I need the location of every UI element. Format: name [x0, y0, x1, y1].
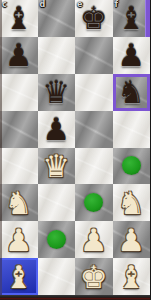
square-d8[interactable]: d	[38, 0, 76, 37]
white-pawn-piece[interactable]: ♟	[80, 222, 108, 258]
square-d7[interactable]	[38, 37, 76, 74]
square-e5[interactable]	[75, 111, 113, 148]
square-e8[interactable]: e♚	[75, 0, 113, 37]
square-c3[interactable]: ♞	[0, 184, 38, 221]
square-c8[interactable]: c♝	[0, 0, 38, 37]
square-c1[interactable]: ♝	[0, 258, 38, 295]
black-bishop-piece[interactable]: ♝	[5, 0, 33, 36]
square-f3[interactable]: ♞	[113, 184, 151, 221]
white-knight-piece[interactable]: ♞	[117, 185, 145, 221]
black-pawn-piece[interactable]: ♟	[117, 37, 145, 73]
square-d5[interactable]: ♟	[38, 111, 76, 148]
white-bishop-piece[interactable]: ♝	[5, 259, 33, 295]
square-d1[interactable]	[38, 258, 76, 295]
square-e2[interactable]: ♟	[75, 221, 113, 258]
square-c2[interactable]: ♟	[0, 221, 38, 258]
black-king-piece[interactable]: ♚	[80, 0, 108, 36]
black-pawn-piece[interactable]: ♟	[42, 111, 70, 147]
file-label-d: d	[40, 0, 46, 9]
square-c5[interactable]	[0, 111, 38, 148]
black-bishop-piece[interactable]: ♝	[117, 0, 145, 36]
square-f5[interactable]	[113, 111, 151, 148]
legal-move-dot[interactable]	[84, 193, 103, 212]
square-f4[interactable]	[113, 148, 151, 185]
square-e3[interactable]	[75, 184, 113, 221]
square-e1[interactable]: ♚	[75, 258, 113, 295]
white-queen-piece[interactable]: ♛	[42, 148, 70, 184]
white-knight-piece[interactable]: ♞	[5, 185, 33, 221]
white-bishop-piece[interactable]: ♝	[117, 259, 145, 295]
file-label-f: f	[115, 0, 118, 9]
square-f6[interactable]: ♞	[113, 74, 151, 111]
bottom-panel-edge	[0, 295, 150, 300]
last-move-from-square-g8-sliver	[145, 0, 150, 37]
chess-board: c♝de♚f♝♟♟♛♞♟♛♞♞♟♟♟♝♚♝	[0, 0, 150, 295]
black-pawn-piece[interactable]: ♟	[5, 37, 33, 73]
black-queen-piece[interactable]: ♛	[42, 74, 70, 110]
file-label-c: c	[2, 0, 7, 9]
file-label-e: e	[77, 0, 82, 9]
square-c6[interactable]	[0, 74, 38, 111]
white-king-piece[interactable]: ♚	[80, 259, 108, 295]
legal-move-dot[interactable]	[122, 156, 141, 175]
black-knight-piece[interactable]: ♞	[117, 74, 145, 110]
square-e7[interactable]	[75, 37, 113, 74]
square-c4[interactable]	[0, 148, 38, 185]
square-e6[interactable]	[75, 74, 113, 111]
square-f2[interactable]: ♟	[113, 221, 151, 258]
square-c7[interactable]: ♟	[0, 37, 38, 74]
square-d3[interactable]	[38, 184, 76, 221]
square-d6[interactable]: ♛	[38, 74, 76, 111]
square-d2[interactable]	[38, 221, 76, 258]
square-f1[interactable]: ♝	[113, 258, 151, 295]
white-pawn-piece[interactable]: ♟	[5, 222, 33, 258]
square-f7[interactable]: ♟	[113, 37, 151, 74]
square-e4[interactable]	[75, 148, 113, 185]
legal-move-dot[interactable]	[47, 230, 66, 249]
square-d4[interactable]: ♛	[38, 148, 76, 185]
white-pawn-piece[interactable]: ♟	[117, 222, 145, 258]
